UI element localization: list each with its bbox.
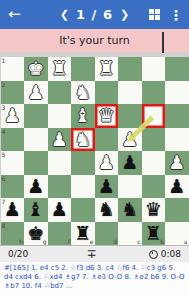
piece-bQ-b7[interactable]: ♛ [142,198,166,222]
square-f6[interactable] [48,175,72,199]
rank-label: 8 [2,222,6,229]
piece-wP-g2[interactable]: ♟ [24,81,48,105]
square-c8[interactable]: c [118,222,142,246]
square-a1[interactable] [165,57,189,81]
square-c6[interactable] [118,175,142,199]
square-g3[interactable] [24,104,48,128]
square-g2[interactable]: ♟ [24,81,48,105]
square-d7[interactable]: ♞ [95,198,119,222]
file-label: d [113,238,117,245]
piece-bK-g8[interactable]: ♚ [24,222,48,246]
next-puzzle-icon[interactable]: ❯ [120,8,129,21]
square-a3[interactable] [165,104,189,128]
top-app-bar: ← ❮ 1 / 6 ❯ ⋮ [0,0,189,29]
square-f5[interactable] [48,151,72,175]
move-list-panel: #[165] 1. e4 c5 2. ♘f3 d6 3. c4 ♘f6 4. ♘… [0,262,189,296]
prev-puzzle-icon[interactable]: ❮ [60,8,69,21]
square-f3[interactable] [48,104,72,128]
square-b8[interactable]: b♜ [142,222,166,246]
piece-wP-c4[interactable]: ♟ [118,128,142,152]
square-b6[interactable] [142,175,166,199]
square-h2[interactable]: 2 [1,81,25,105]
piece-bP-a6[interactable]: ♟ [165,175,189,199]
piece-wP-h3[interactable]: ♟ [1,104,25,128]
computer-icon[interactable] [162,33,182,48]
chess-board[interactable]: 1♚♜♜2♟♞3♟♝♛4♟♞♟5♟♟♟6♟♟♟7♟♝♟♞♞♛8hg♚fe♜dcb… [1,57,189,245]
square-h8[interactable]: 8h [1,222,25,246]
square-e2[interactable]: ♞ [71,81,95,105]
move-list-text[interactable]: #[165] 1. e4 c5 2. ♘f3 d6 3. c4 ♘f6 4. ♘… [4,264,185,291]
bottom-status-bar: 0/20 ∓ 0:08 [0,245,189,262]
piece-wR-f1[interactable]: ♜ [48,57,72,81]
overflow-menu-icon[interactable]: ⋮ [169,7,183,23]
piece-bN-c7[interactable]: ♞ [118,198,142,222]
square-d5[interactable]: ♟ [95,151,119,175]
square-e5[interactable] [71,151,95,175]
square-d8[interactable]: d [95,222,119,246]
turn-status-text: It's your turn [0,34,189,47]
square-h1[interactable]: 1 [1,57,25,81]
piece-bP-h7[interactable]: ♟ [1,198,25,222]
square-b3[interactable] [142,104,166,128]
square-e6[interactable] [71,175,95,199]
square-c2[interactable] [118,81,142,105]
square-f1[interactable]: ♜ [48,57,72,81]
score-counter: 0/20 [8,249,58,259]
piece-bN-d7[interactable]: ♞ [95,198,119,222]
rank-label: 1 [2,57,6,64]
square-c5[interactable]: ♟ [118,151,142,175]
elapsed-time: 0:08 [161,249,181,259]
square-g5[interactable] [24,151,48,175]
piece-wR-d1[interactable]: ♜ [95,57,119,81]
rank-label: 5 [2,151,6,158]
back-arrow-icon[interactable]: ← [8,0,21,29]
piece-wP-a5[interactable]: ♟ [165,151,189,175]
square-f8[interactable]: f [48,222,72,246]
square-a5[interactable]: ♟ [165,151,189,175]
piece-bP-f7[interactable]: ♟ [48,198,72,222]
square-d6[interactable]: ♟ [95,175,119,199]
square-d1[interactable]: ♜ [95,57,119,81]
clock-icon [149,250,158,259]
square-a2[interactable] [165,81,189,105]
piece-bP-d6[interactable]: ♟ [95,175,119,199]
file-label: f [68,238,70,245]
square-e7[interactable] [71,198,95,222]
square-h4[interactable]: 4 [1,128,25,152]
square-b7[interactable]: ♛ [142,198,166,222]
piece-wQ-d3[interactable]: ♛ [95,104,119,128]
square-a6[interactable]: ♟ [165,175,189,199]
square-h5[interactable]: 5 [1,151,25,175]
square-b1[interactable] [142,57,166,81]
rank-label: 2 [2,81,6,88]
square-h7[interactable]: 7♟ [1,198,25,222]
square-a8[interactable]: a [165,222,189,246]
square-b5[interactable] [142,151,166,175]
piece-wK-g1[interactable]: ♚ [24,57,48,81]
rank-label: 4 [2,128,6,135]
grid-menu-icon[interactable] [149,9,160,20]
square-b4[interactable] [142,128,166,152]
square-g6[interactable]: ♟ [24,175,48,199]
square-d3[interactable]: ♛ [95,104,119,128]
file-label: h [19,238,23,245]
square-d2[interactable] [95,81,119,105]
square-e4[interactable]: ♞ [71,128,95,152]
square-c4[interactable]: ♟ [118,128,142,152]
square-h6[interactable]: 6 [1,175,25,199]
square-a4[interactable] [165,128,189,152]
square-g4[interactable] [24,128,48,152]
square-h3[interactable]: 3♟ [1,104,25,128]
square-d4[interactable] [95,128,119,152]
square-f4[interactable]: ♟ [48,128,72,152]
square-e3[interactable]: ♝ [71,104,95,128]
piece-wN-e2[interactable]: ♞ [71,81,95,105]
piece-wB-e3[interactable]: ♝ [71,104,95,128]
piece-bR-e8[interactable]: ♜ [71,222,95,246]
square-e8[interactable]: e♜ [71,222,95,246]
file-label: a [184,238,188,245]
square-c1[interactable] [118,57,142,81]
square-c7[interactable]: ♞ [118,198,142,222]
piece-wN-e4[interactable]: ♞ [71,128,95,152]
evaluation-symbol: ∓ [58,247,125,261]
square-f7[interactable]: ♟ [48,198,72,222]
square-g1[interactable]: ♚ [24,57,48,81]
puzzle-counter: 1 / 6 [76,7,113,22]
square-a7[interactable] [165,198,189,222]
square-g8[interactable]: g♚ [24,222,48,246]
piece-bP-c5[interactable]: ♟ [118,151,142,175]
piece-bP-g6[interactable]: ♟ [24,175,48,199]
square-b2[interactable] [142,81,166,105]
piece-wP-d5[interactable]: ♟ [95,151,119,175]
square-f2[interactable] [48,81,72,105]
square-e1[interactable] [71,57,95,81]
piece-bR-b8[interactable]: ♜ [142,222,166,246]
square-c3[interactable] [118,104,142,128]
rank-label: 6 [2,175,6,182]
piece-wP-f4[interactable]: ♟ [48,128,72,152]
piece-bB-g7[interactable]: ♝ [24,198,48,222]
square-g7[interactable]: ♝ [24,198,48,222]
file-label: c [137,238,140,245]
turn-status-bar: It's your turn [0,29,189,52]
